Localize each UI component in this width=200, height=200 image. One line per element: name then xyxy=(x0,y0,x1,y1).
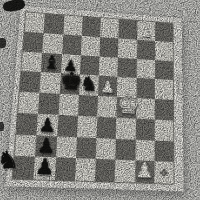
square-d5[interactable]: ♞ xyxy=(79,75,99,96)
square-f8[interactable] xyxy=(119,19,138,39)
square-a5[interactable] xyxy=(20,71,41,93)
dark-mark-left-middle xyxy=(0,122,4,131)
square-e8[interactable] xyxy=(100,18,119,38)
square-g7[interactable] xyxy=(137,39,155,59)
square-b1[interactable]: ♟ xyxy=(34,157,56,180)
square-d8[interactable] xyxy=(82,17,101,37)
piece-black-pawn-b3[interactable]: ♟ xyxy=(37,116,58,135)
square-h7[interactable] xyxy=(155,41,173,61)
square-g6[interactable] xyxy=(136,59,155,80)
piece-white-king-f4[interactable]: ♚ xyxy=(117,92,136,118)
square-f1[interactable] xyxy=(115,160,135,183)
square-e3[interactable] xyxy=(96,116,116,138)
square-a4[interactable] xyxy=(18,92,40,114)
piece-black-bishop-b6[interactable]: ♝ xyxy=(41,53,61,72)
square-b5[interactable] xyxy=(40,72,61,93)
square-c4[interactable] xyxy=(58,94,79,116)
piece-white-pawn-g1[interactable]: ♟ xyxy=(135,161,155,182)
square-h1[interactable]: ❖ xyxy=(154,161,173,183)
square-h6[interactable] xyxy=(155,60,173,81)
piece-black-pawn-b1[interactable]: ♟ xyxy=(34,157,56,178)
square-c3[interactable] xyxy=(57,115,78,137)
square-a3[interactable] xyxy=(16,113,38,135)
square-b6[interactable]: ♝ xyxy=(41,52,62,73)
square-c2[interactable] xyxy=(56,136,77,159)
square-g8[interactable]: ♟ xyxy=(137,21,155,41)
square-g1[interactable]: ♟ xyxy=(135,161,155,183)
square-b3[interactable]: ♟ xyxy=(37,114,58,136)
chess-board: ♟♝♟♚♞♟♚♟♟♟♟❖ Chavet xyxy=(5,6,183,192)
square-h5[interactable] xyxy=(155,79,173,100)
square-d3[interactable] xyxy=(77,116,97,138)
square-a6[interactable] xyxy=(21,51,42,72)
piece-black-knight-d5[interactable]: ♞ xyxy=(79,75,99,95)
piece-white-pawn-e5[interactable]: ♟ xyxy=(98,79,117,95)
square-a7[interactable] xyxy=(23,32,44,53)
photo-scene: ♟♝♟♚♞♟♚♟♟♟♟❖ Chavet ♞ xyxy=(0,0,200,200)
square-e7[interactable] xyxy=(99,37,118,57)
square-f6[interactable] xyxy=(118,57,137,78)
square-e1[interactable] xyxy=(95,159,116,182)
square-h2[interactable] xyxy=(154,140,173,162)
square-f2[interactable] xyxy=(115,138,135,160)
square-c7[interactable] xyxy=(62,34,82,55)
captured-black-knight-offboard[interactable]: ♞ xyxy=(0,147,19,172)
square-e4[interactable] xyxy=(97,96,117,118)
square-b8[interactable] xyxy=(44,14,64,34)
square-h8[interactable] xyxy=(155,22,173,42)
square-d2[interactable] xyxy=(76,137,97,159)
board-grid: ♟♝♟♚♞♟♚♟♟♟♟❖ xyxy=(12,11,175,184)
board-brand-logo: ❖ xyxy=(154,165,173,179)
square-c8[interactable] xyxy=(63,15,83,35)
square-g3[interactable] xyxy=(135,118,154,140)
square-d7[interactable] xyxy=(81,36,101,57)
square-e2[interactable] xyxy=(96,138,116,160)
square-h3[interactable] xyxy=(154,119,173,141)
square-d4[interactable] xyxy=(78,95,98,117)
square-b4[interactable] xyxy=(38,93,59,115)
square-f4[interactable]: ♚ xyxy=(117,97,136,118)
piece-black-king-c5[interactable]: ♚ xyxy=(59,69,80,93)
square-e5[interactable]: ♟ xyxy=(98,76,118,97)
piece-white-pawn-g8[interactable]: ♟ xyxy=(137,26,155,39)
square-d1[interactable] xyxy=(75,158,96,181)
square-a8[interactable] xyxy=(25,12,46,32)
dark-mark-left-upper xyxy=(0,38,6,48)
square-c1[interactable] xyxy=(54,158,75,181)
square-f3[interactable] xyxy=(116,117,136,139)
square-f7[interactable] xyxy=(118,38,137,58)
square-c5[interactable]: ♚ xyxy=(59,73,79,94)
square-h4[interactable] xyxy=(154,99,173,120)
board-brand-text: Chavet xyxy=(176,75,182,95)
square-e6[interactable] xyxy=(99,56,118,77)
